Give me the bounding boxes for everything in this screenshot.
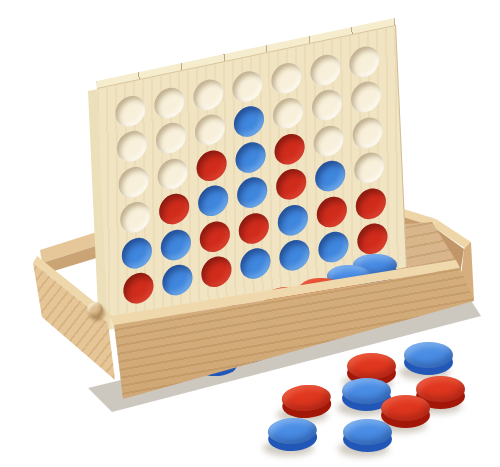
disc-face [404,342,453,368]
blue-disc-loose [267,417,318,453]
table-discs-group [0,0,500,467]
blue-disc-loose [343,419,392,452]
product-photo-connect-four [0,0,500,467]
red-disc-loose [280,383,331,419]
blue-disc-loose [404,342,453,375]
disc-face [381,395,430,421]
disc-face [347,353,396,379]
disc-face [343,419,392,445]
